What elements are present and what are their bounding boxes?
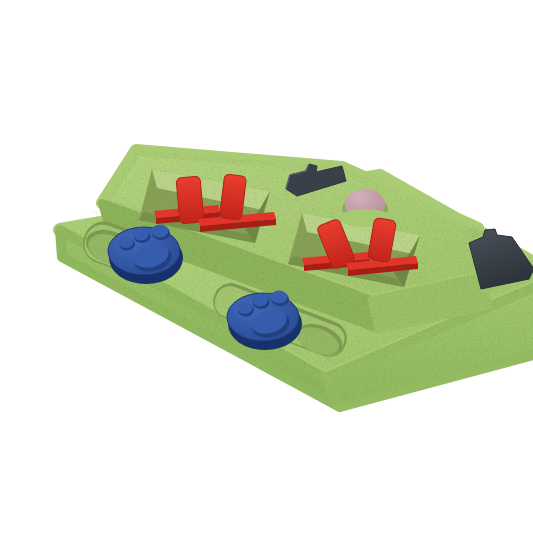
lid-2-toe-3: [271, 291, 288, 304]
flipper-1b-paddle[interactable]: [219, 174, 246, 220]
puzzle-board-illustration: [40, 16, 533, 533]
lid-2-toe-1: [238, 302, 253, 314]
flipper-1a-paddle[interactable]: [176, 176, 204, 224]
lid-1-toe-1: [119, 236, 134, 248]
lid-1-toe-2: [133, 228, 149, 241]
product-photo: [40, 16, 533, 533]
lid-2-toe-2: [252, 294, 268, 307]
lid-1-toe-3: [152, 225, 169, 238]
